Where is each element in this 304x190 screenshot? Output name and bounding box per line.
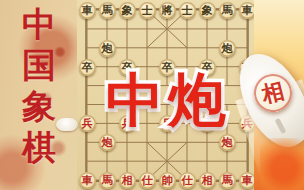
xiangqi-piece-馬[interactable]: 馬: [99, 2, 116, 19]
xiangqi-piece-炮[interactable]: 炮: [219, 40, 236, 57]
piece-char: 象: [122, 5, 133, 16]
piece-char: 士: [182, 5, 193, 16]
banner-char: 棋: [22, 131, 56, 165]
piece-char: 炮: [222, 43, 233, 54]
piece-char: 相: [122, 175, 133, 186]
xiangqi-piece-炮[interactable]: 炮: [99, 40, 116, 57]
flame-glow: [260, 138, 304, 190]
vertical-title-chinese-chess: 中 国 象 棋: [20, 8, 58, 165]
banner-char: 国: [22, 49, 56, 83]
xiangqi-piece-車[interactable]: 車: [239, 172, 256, 189]
left-banner: 中 国 象 棋: [0, 0, 77, 190]
piece-char: 車: [242, 175, 253, 186]
teacup-decor: [56, 118, 78, 131]
xiangqi-piece-將[interactable]: 將: [159, 2, 176, 19]
xiangqi-piece-象[interactable]: 象: [119, 2, 136, 19]
piece-char: 炮: [102, 43, 113, 54]
piece-char: 士: [142, 5, 153, 16]
xiangqi-piece-車[interactable]: 車: [79, 2, 96, 19]
piece-char: 相: [202, 175, 213, 186]
piece-char: 馬: [222, 5, 233, 16]
xiangqi-piece-車[interactable]: 車: [79, 172, 96, 189]
mouse-piece-char: 相: [259, 76, 288, 110]
xiangqi-piece-士[interactable]: 士: [139, 2, 156, 19]
piece-char: 帥: [162, 175, 173, 186]
xiangqi-piece-馬[interactable]: 馬: [219, 2, 236, 19]
xiangqi-piece-馬[interactable]: 馬: [99, 172, 116, 189]
banner-char: 中: [22, 8, 56, 42]
xiangqi-piece-相[interactable]: 相: [119, 172, 136, 189]
title-overlay-zhongpao: 中炮: [86, 62, 250, 140]
piece-char: 馬: [102, 5, 113, 16]
piece-char: 仕: [182, 175, 193, 186]
banner-char: 象: [22, 90, 56, 124]
xiangqi-piece-馬[interactable]: 馬: [219, 172, 236, 189]
piece-char: 仕: [142, 175, 153, 186]
xiangqi-piece-士[interactable]: 士: [179, 2, 196, 19]
xiangqi-piece-車[interactable]: 車: [239, 2, 256, 19]
thumbnail-stage: 車馬象士將士象馬車炮炮卒卒卒卒卒兵兵兵兵兵炮炮車馬相仕帥仕相馬車 中 国 象 棋…: [0, 0, 304, 190]
piece-char: 馬: [222, 175, 233, 186]
xiangqi-piece-相[interactable]: 相: [199, 172, 216, 189]
xiangqi-piece-象[interactable]: 象: [199, 2, 216, 19]
right-panel: 相: [254, 0, 304, 190]
piece-char: 車: [82, 5, 93, 16]
piece-char: 車: [82, 175, 93, 186]
xiangqi-piece-仕[interactable]: 仕: [139, 172, 156, 189]
xiangqi-piece-帥[interactable]: 帥: [159, 172, 176, 189]
piece-char: 象: [202, 5, 213, 16]
piece-char: 將: [162, 5, 173, 16]
xiangqi-piece-仕[interactable]: 仕: [179, 172, 196, 189]
piece-char: 馬: [102, 175, 113, 186]
piece-char: 車: [242, 5, 253, 16]
